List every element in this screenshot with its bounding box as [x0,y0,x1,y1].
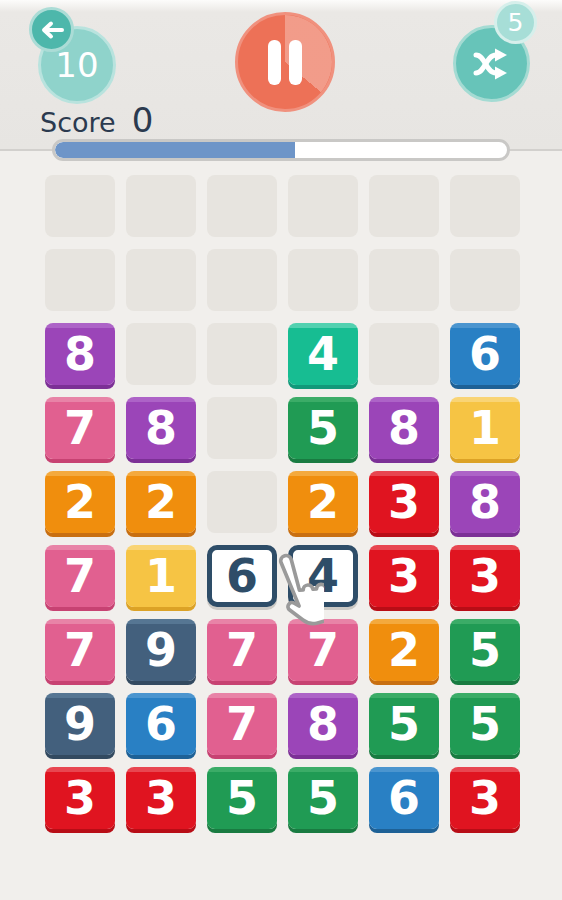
tile-number: 4 [307,331,339,377]
tile-2[interactable]: 2 [288,471,358,533]
game-board: 8467858122238716433797725967855335563 [45,175,520,829]
tile-6[interactable]: 6 [369,767,439,829]
tile-7[interactable]: 7 [45,619,115,681]
tile-number: 5 [469,627,501,673]
empty-cell [288,249,358,311]
empty-cell [450,175,520,237]
tile-2[interactable]: 2 [126,471,196,533]
tile-number: 2 [388,627,420,673]
tile-number: 8 [145,405,177,451]
back-arrow-badge[interactable] [29,7,74,52]
game-screen: 10 5 Score 0 84 [0,0,562,900]
tile-7[interactable]: 7 [45,545,115,607]
tile-number: 3 [469,553,501,599]
tile-number: 7 [64,627,96,673]
tile-3[interactable]: 3 [126,767,196,829]
tile-3[interactable]: 3 [369,471,439,533]
tile-2[interactable]: 2 [369,619,439,681]
tile-6[interactable]: 6 [126,693,196,755]
tile-number: 6 [469,331,501,377]
tile-number: 7 [226,627,258,673]
score-row: Score 0 [40,100,153,140]
tile-number: 2 [145,479,177,525]
empty-cell [45,249,115,311]
tile-number: 3 [388,553,420,599]
tile-5[interactable]: 5 [369,693,439,755]
tile-8[interactable]: 8 [450,471,520,533]
tile-number: 5 [469,701,501,747]
shuffle-count: 5 [508,8,524,37]
tile-selected-4[interactable]: 4 [288,545,358,607]
tile-3[interactable]: 3 [45,767,115,829]
tile-number: 7 [64,405,96,451]
empty-cell [207,397,277,459]
tile-number: 5 [388,701,420,747]
tile-number: 8 [64,331,96,377]
tile-selected-6[interactable]: 6 [207,545,277,607]
tile-7[interactable]: 7 [288,619,358,681]
empty-cell [369,249,439,311]
empty-cell [450,249,520,311]
tile-number: 2 [64,479,96,525]
tile-number: 6 [145,701,177,747]
tile-1[interactable]: 1 [126,545,196,607]
tile-number: 7 [307,627,339,673]
tile-number: 8 [307,701,339,747]
tile-7[interactable]: 7 [207,619,277,681]
tile-number: 2 [307,479,339,525]
tile-number: 7 [226,701,258,747]
empty-cell [207,249,277,311]
tile-number: 6 [226,553,258,599]
empty-cell [45,175,115,237]
tile-number: 9 [145,627,177,673]
tile-3[interactable]: 3 [450,545,520,607]
empty-cell [288,175,358,237]
empty-cell [207,471,277,533]
tile-number: 5 [226,775,258,821]
tile-4[interactable]: 4 [288,323,358,385]
tile-7[interactable]: 7 [207,693,277,755]
tile-3[interactable]: 3 [450,767,520,829]
tile-number: 3 [145,775,177,821]
tile-3[interactable]: 3 [369,545,439,607]
tile-5[interactable]: 5 [207,767,277,829]
tile-5[interactable]: 5 [288,767,358,829]
empty-cell [369,323,439,385]
shuffle-count-badge: 5 [494,1,537,44]
undo-moves-count: 10 [55,45,98,85]
tile-8[interactable]: 8 [126,397,196,459]
tile-number: 1 [145,553,177,599]
empty-cell [207,323,277,385]
pause-icon [268,40,302,85]
tile-5[interactable]: 5 [450,619,520,681]
back-arrow-icon [39,19,65,41]
tile-number: 5 [307,405,339,451]
tile-2[interactable]: 2 [45,471,115,533]
tile-9[interactable]: 9 [126,619,196,681]
empty-cell [126,175,196,237]
tile-number: 4 [307,553,339,599]
tile-6[interactable]: 6 [450,323,520,385]
tile-number: 7 [64,553,96,599]
shuffle-icon [470,44,514,84]
tile-8[interactable]: 8 [288,693,358,755]
tile-number: 8 [388,405,420,451]
empty-cell [207,175,277,237]
tile-1[interactable]: 1 [450,397,520,459]
tile-7[interactable]: 7 [45,397,115,459]
tile-8[interactable]: 8 [45,323,115,385]
tile-number: 1 [469,405,501,451]
tile-number: 3 [469,775,501,821]
tile-number: 6 [388,775,420,821]
empty-cell [126,249,196,311]
tile-number: 3 [388,479,420,525]
tile-number: 3 [64,775,96,821]
tile-number: 8 [469,479,501,525]
level-progress-fill [55,142,295,158]
empty-cell [369,175,439,237]
score-value: 0 [132,100,154,140]
tile-number: 5 [307,775,339,821]
tile-5[interactable]: 5 [288,397,358,459]
pause-button[interactable] [235,12,335,112]
tile-8[interactable]: 8 [369,397,439,459]
tile-number: 9 [64,701,96,747]
score-label: Score [40,107,116,138]
level-progress-bar [52,139,510,161]
tile-9[interactable]: 9 [45,693,115,755]
tile-5[interactable]: 5 [450,693,520,755]
empty-cell [126,323,196,385]
